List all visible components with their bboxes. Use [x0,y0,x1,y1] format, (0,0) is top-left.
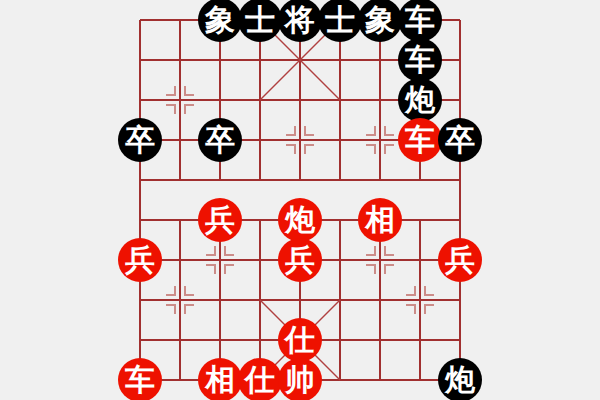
piece-black-advisor[interactable]: 士 [318,0,362,42]
piece-black-general[interactable]: 将 [278,0,322,42]
piece-red-chariot[interactable]: 车 [398,118,442,162]
piece-red-pawn[interactable]: 兵 [438,238,482,282]
piece-black-elephant[interactable]: 象 [358,0,402,42]
piece-black-chariot[interactable]: 车 [398,0,442,42]
piece-red-pawn[interactable]: 兵 [278,238,322,282]
piece-black-cannon[interactable]: 炮 [438,358,482,400]
piece-red-chariot[interactable]: 车 [118,358,162,400]
piece-red-pawn[interactable]: 兵 [198,198,242,242]
piece-red-advisor[interactable]: 仕 [238,358,282,400]
screenshot-canvas: 象士将士象车车炮卒卒车卒兵炮相兵兵兵仕车相仕帅炮 [0,0,600,400]
piece-black-pawn[interactable]: 卒 [438,118,482,162]
piece-red-cannon[interactable]: 炮 [278,198,322,242]
piece-black-elephant[interactable]: 象 [198,0,242,42]
piece-red-elephant[interactable]: 相 [198,358,242,400]
piece-black-pawn[interactable]: 卒 [118,118,162,162]
xiangqi-board[interactable]: 象士将士象车车炮卒卒车卒兵炮相兵兵兵仕车相仕帅炮 [0,0,600,400]
piece-black-cannon[interactable]: 炮 [398,78,442,122]
piece-black-pawn[interactable]: 卒 [198,118,242,162]
piece-red-elephant[interactable]: 相 [358,198,402,242]
pieces-layer: 象士将士象车车炮卒卒车卒兵炮相兵兵兵仕车相仕帅炮 [120,0,480,400]
piece-black-chariot[interactable]: 车 [398,38,442,82]
piece-red-advisor[interactable]: 仕 [278,318,322,362]
piece-red-pawn[interactable]: 兵 [118,238,162,282]
piece-black-advisor[interactable]: 士 [238,0,282,42]
piece-red-general[interactable]: 帅 [278,358,322,400]
